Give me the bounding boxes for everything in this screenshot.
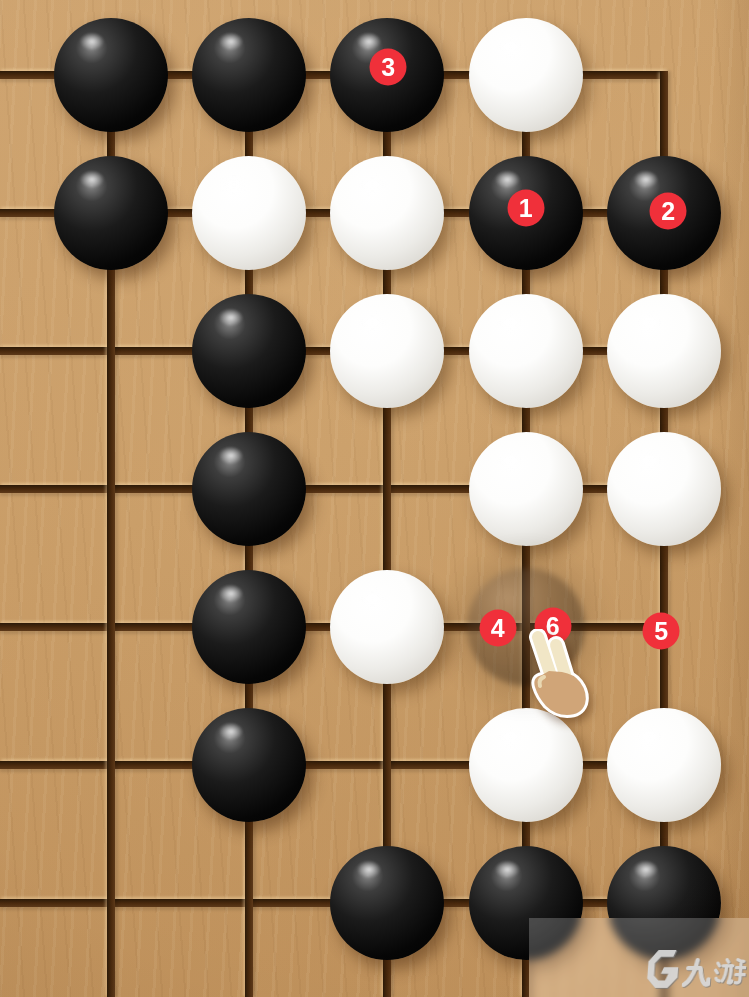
white-stone <box>469 294 583 408</box>
jiuyou-g-logo-icon <box>645 949 682 989</box>
black-stone <box>192 294 306 408</box>
go-board-surface[interactable]: 123456 <box>0 0 749 997</box>
move-number-label: 5 <box>643 613 680 650</box>
black-stone <box>54 156 168 270</box>
you-character-glyph <box>713 955 747 989</box>
move-number-label: 3 <box>370 49 407 86</box>
white-stone <box>469 432 583 546</box>
black-stone <box>192 432 306 546</box>
black-stone <box>192 708 306 822</box>
white-stone <box>330 156 444 270</box>
black-stone <box>192 18 306 132</box>
black-stone <box>330 846 444 960</box>
black-stone <box>192 570 306 684</box>
white-stone <box>607 432 721 546</box>
move-number-label: 4 <box>479 610 516 647</box>
go-app-screenshot: 123456 九游 <box>0 0 749 997</box>
white-stone <box>469 18 583 132</box>
white-stone <box>330 294 444 408</box>
move-number-label: 2 <box>650 193 687 230</box>
black-stone <box>54 18 168 132</box>
hand-tap-cursor-icon[interactable] <box>522 629 602 729</box>
watermark-frosted-panel: 九游 <box>529 918 749 997</box>
white-stone <box>607 294 721 408</box>
white-stone <box>192 156 306 270</box>
move-number-label: 1 <box>507 190 544 227</box>
white-stone <box>607 708 721 822</box>
watermark: 九游 <box>645 949 748 989</box>
white-stone <box>330 570 444 684</box>
jiu-character-glyph <box>682 956 712 989</box>
